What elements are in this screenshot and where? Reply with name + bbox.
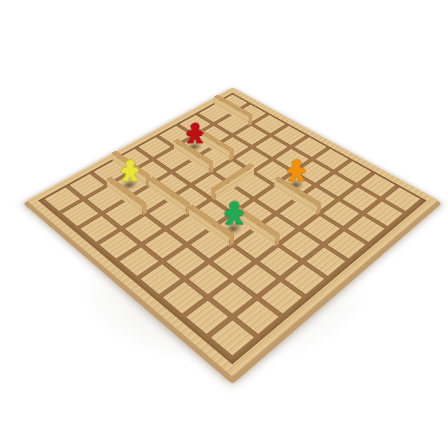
pawn-yellow[interactable]: [117, 152, 143, 188]
meeple-yellow-icon: [117, 152, 143, 188]
pawn-green[interactable]: [221, 193, 249, 232]
meeple-green-icon: [221, 193, 249, 232]
wall-v-fg78-cap: [229, 149, 233, 161]
wall-v-hi89-cap: [248, 114, 252, 126]
wall-v-de34-cap: [274, 234, 279, 247]
product-photo-scene: [0, 0, 448, 448]
